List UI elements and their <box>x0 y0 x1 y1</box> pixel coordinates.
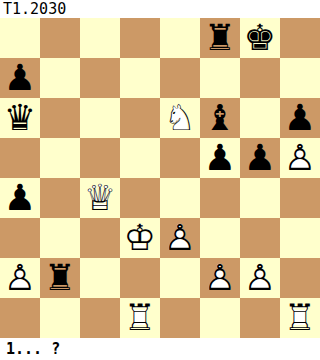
black-king: ♚ <box>240 18 280 58</box>
square-e3[interactable]: ♟♙ <box>160 218 200 258</box>
white-rook: ♜♖ <box>280 298 320 338</box>
square-d5[interactable] <box>120 138 160 178</box>
white-pawn: ♟♙ <box>0 258 40 298</box>
square-f2[interactable]: ♟♙ <box>200 258 240 298</box>
square-h2[interactable] <box>280 258 320 298</box>
black-pawn: ♟ <box>0 58 40 98</box>
square-e1[interactable] <box>160 298 200 338</box>
white-rook: ♜♖ <box>120 298 160 338</box>
black-pawn: ♟ <box>240 138 280 178</box>
white-pawn: ♟♙ <box>240 258 280 298</box>
square-c3[interactable] <box>80 218 120 258</box>
square-d6[interactable] <box>120 98 160 138</box>
square-b8[interactable] <box>40 18 80 58</box>
square-b4[interactable] <box>40 178 80 218</box>
square-a1[interactable] <box>0 298 40 338</box>
white-pawn: ♟♙ <box>160 218 200 258</box>
square-h8[interactable] <box>280 18 320 58</box>
square-h7[interactable] <box>280 58 320 98</box>
black-rook: ♜ <box>200 18 240 58</box>
white-queen: ♛♕ <box>80 178 120 218</box>
square-g5[interactable]: ♟ <box>240 138 280 178</box>
square-g4[interactable] <box>240 178 280 218</box>
square-f5[interactable]: ♟ <box>200 138 240 178</box>
square-d4[interactable] <box>120 178 160 218</box>
black-bishop: ♝ <box>200 98 240 138</box>
square-d7[interactable] <box>120 58 160 98</box>
black-rook: ♜ <box>40 258 80 298</box>
square-g7[interactable] <box>240 58 280 98</box>
square-b7[interactable] <box>40 58 80 98</box>
square-e4[interactable] <box>160 178 200 218</box>
square-f8[interactable]: ♜ <box>200 18 240 58</box>
square-b1[interactable] <box>40 298 80 338</box>
square-f3[interactable] <box>200 218 240 258</box>
square-e6[interactable]: ♞♘ <box>160 98 200 138</box>
square-g1[interactable] <box>240 298 280 338</box>
black-pawn: ♟ <box>280 98 320 138</box>
square-c8[interactable] <box>80 18 120 58</box>
square-b6[interactable] <box>40 98 80 138</box>
square-b2[interactable]: ♜ <box>40 258 80 298</box>
move-prompt: 1... ? <box>0 338 320 360</box>
square-c4[interactable]: ♛♕ <box>80 178 120 218</box>
square-f6[interactable]: ♝ <box>200 98 240 138</box>
black-pawn: ♟ <box>200 138 240 178</box>
white-king: ♚♔ <box>120 218 160 258</box>
square-f4[interactable] <box>200 178 240 218</box>
white-pawn: ♟♙ <box>200 258 240 298</box>
square-e7[interactable] <box>160 58 200 98</box>
square-h3[interactable] <box>280 218 320 258</box>
puzzle-title: T1.2030 <box>0 0 320 18</box>
square-a2[interactable]: ♟♙ <box>0 258 40 298</box>
chess-board[interactable]: ♜♚♟♛♞♘♝♟♟♟♟♙♟♛♕♚♔♟♙♟♙♜♟♙♟♙♜♖♜♖ <box>0 18 320 338</box>
square-g2[interactable]: ♟♙ <box>240 258 280 298</box>
square-c1[interactable] <box>80 298 120 338</box>
square-d2[interactable] <box>120 258 160 298</box>
square-f1[interactable] <box>200 298 240 338</box>
square-a6[interactable]: ♛ <box>0 98 40 138</box>
square-a8[interactable] <box>0 18 40 58</box>
square-b5[interactable] <box>40 138 80 178</box>
square-h4[interactable] <box>280 178 320 218</box>
square-e5[interactable] <box>160 138 200 178</box>
square-g6[interactable] <box>240 98 280 138</box>
white-knight: ♞♘ <box>160 98 200 138</box>
square-d8[interactable] <box>120 18 160 58</box>
square-c6[interactable] <box>80 98 120 138</box>
square-h5[interactable]: ♟♙ <box>280 138 320 178</box>
square-g3[interactable] <box>240 218 280 258</box>
square-c2[interactable] <box>80 258 120 298</box>
square-h6[interactable]: ♟ <box>280 98 320 138</box>
white-pawn: ♟♙ <box>280 138 320 178</box>
square-h1[interactable]: ♜♖ <box>280 298 320 338</box>
square-d3[interactable]: ♚♔ <box>120 218 160 258</box>
square-e8[interactable] <box>160 18 200 58</box>
square-c5[interactable] <box>80 138 120 178</box>
black-queen: ♛ <box>0 98 40 138</box>
square-e2[interactable] <box>160 258 200 298</box>
square-d1[interactable]: ♜♖ <box>120 298 160 338</box>
chess-puzzle-page: T1.2030 ♜♚♟♛♞♘♝♟♟♟♟♙♟♛♕♚♔♟♙♟♙♜♟♙♟♙♜♖♜♖ 1… <box>0 0 320 360</box>
square-f7[interactable] <box>200 58 240 98</box>
square-a5[interactable] <box>0 138 40 178</box>
square-a3[interactable] <box>0 218 40 258</box>
square-g8[interactable]: ♚ <box>240 18 280 58</box>
square-a7[interactable]: ♟ <box>0 58 40 98</box>
black-pawn: ♟ <box>0 178 40 218</box>
square-b3[interactable] <box>40 218 80 258</box>
square-c7[interactable] <box>80 58 120 98</box>
square-a4[interactable]: ♟ <box>0 178 40 218</box>
